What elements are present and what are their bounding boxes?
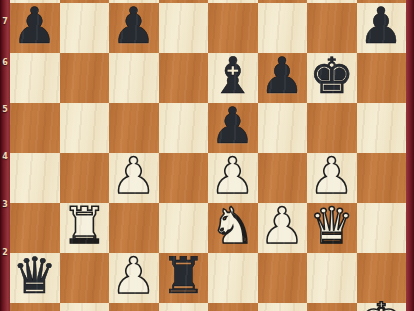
square-g4: ♟ — [307, 153, 357, 203]
square-f2 — [258, 253, 308, 303]
square-d3 — [159, 203, 209, 253]
square-f1 — [258, 303, 308, 311]
square-g2 — [307, 253, 357, 303]
square-f6: ♟ — [258, 53, 308, 103]
square-c6 — [109, 53, 159, 103]
square-a3 — [10, 203, 60, 253]
square-d7 — [159, 3, 209, 53]
square-a7: ♟ — [10, 3, 60, 53]
rank-label-6: 6 — [0, 58, 10, 68]
black-rook-d2: ♜ — [161, 251, 206, 301]
rank-label-5: 5 — [0, 105, 10, 115]
rank-label-3: 3 — [0, 200, 10, 210]
square-h3 — [357, 203, 407, 253]
rank-label-2: 2 — [0, 248, 10, 258]
square-d2: ♜ — [159, 253, 209, 303]
square-d4 — [159, 153, 209, 203]
square-g1 — [307, 303, 357, 311]
white-pawn-f3: ♟ — [260, 201, 305, 251]
square-b1 — [60, 303, 110, 311]
square-d6 — [159, 53, 209, 103]
square-e3: ♞ — [208, 203, 258, 253]
board-frame-right — [406, 0, 414, 311]
white-pawn-c4: ♟ — [111, 151, 156, 201]
square-c4: ♟ — [109, 153, 159, 203]
white-rook-b3: ♜ — [62, 201, 107, 251]
white-pawn-g4: ♟ — [309, 151, 354, 201]
square-c7: ♟ — [109, 3, 159, 53]
square-c5 — [109, 103, 159, 153]
square-d1 — [159, 303, 209, 311]
square-f4 — [258, 153, 308, 203]
square-b5 — [60, 103, 110, 153]
chess-diagram: ♟♟♟♝♟♚♟♟♟♟♜♞♟♛♛♟♜♚ 765432 — [0, 0, 414, 311]
black-king-g6: ♚ — [309, 51, 354, 101]
board-frame-left: 765432 — [0, 0, 10, 311]
square-e6: ♝ — [208, 53, 258, 103]
square-g3: ♛ — [307, 203, 357, 253]
square-g6: ♚ — [307, 53, 357, 103]
square-c1 — [109, 303, 159, 311]
white-queen-g3: ♛ — [309, 201, 354, 251]
square-e7 — [208, 3, 258, 53]
square-h7: ♟ — [357, 3, 407, 53]
square-a4 — [10, 153, 60, 203]
square-e4: ♟ — [208, 153, 258, 203]
square-g7 — [307, 3, 357, 53]
square-g5 — [307, 103, 357, 153]
square-d5 — [159, 103, 209, 153]
square-c2: ♟ — [109, 253, 159, 303]
black-pawn-a7: ♟ — [12, 1, 57, 51]
black-queen-a2: ♛ — [12, 251, 57, 301]
square-b4 — [60, 153, 110, 203]
white-pawn-c2: ♟ — [111, 251, 156, 301]
square-h5 — [357, 103, 407, 153]
white-pawn-e4: ♟ — [210, 151, 255, 201]
square-e5: ♟ — [208, 103, 258, 153]
square-c3 — [109, 203, 159, 253]
black-pawn-f6: ♟ — [260, 51, 305, 101]
square-b3: ♜ — [60, 203, 110, 253]
square-f7 — [258, 3, 308, 53]
square-f5 — [258, 103, 308, 153]
square-h6 — [357, 53, 407, 103]
square-b6 — [60, 53, 110, 103]
rank-label-4: 4 — [0, 152, 10, 162]
chess-board: ♟♟♟♝♟♚♟♟♟♟♜♞♟♛♛♟♜♚ — [10, 0, 406, 311]
square-e1 — [208, 303, 258, 311]
square-b7 — [60, 3, 110, 53]
white-king-h1: ♚ — [359, 296, 404, 311]
square-h1: ♚ — [357, 303, 407, 311]
square-a2: ♛ — [10, 253, 60, 303]
square-f3: ♟ — [258, 203, 308, 253]
black-pawn-e5: ♟ — [210, 101, 255, 151]
rank-label-7: 7 — [0, 17, 10, 27]
black-bishop-e6: ♝ — [210, 51, 255, 101]
square-a5 — [10, 103, 60, 153]
black-pawn-h7: ♟ — [359, 1, 404, 51]
square-a6 — [10, 53, 60, 103]
square-h4 — [357, 153, 407, 203]
square-b2 — [60, 253, 110, 303]
square-e2 — [208, 253, 258, 303]
black-pawn-c7: ♟ — [111, 1, 156, 51]
square-a1 — [10, 303, 60, 311]
white-knight-e3: ♞ — [210, 201, 255, 251]
